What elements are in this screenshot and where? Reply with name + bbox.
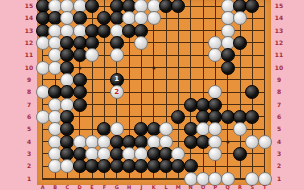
- move-number-1: 1: [114, 76, 119, 83]
- row-label-left-3: 3: [27, 151, 31, 157]
- grid-line-vertical: [203, 0, 204, 179]
- column-label-M: M: [176, 185, 181, 190]
- white-stone-P3[interactable]: [208, 147, 222, 161]
- row-label-right-9: 9: [277, 77, 281, 83]
- row-label-right-2: 2: [277, 163, 281, 169]
- column-label-G: G: [115, 185, 119, 190]
- row-label-left-6: 6: [27, 114, 31, 120]
- white-stone-G8[interactable]: 2: [110, 85, 124, 99]
- row-label-right-6: 6: [277, 114, 281, 120]
- column-label-T: T: [263, 185, 266, 190]
- row-label-right-3: 3: [277, 151, 281, 157]
- column-label-A: A: [41, 185, 45, 190]
- column-label-N: N: [189, 185, 193, 190]
- row-label-left-7: 7: [27, 102, 31, 108]
- column-label-H: H: [127, 185, 131, 190]
- row-label-right-10: 10: [275, 65, 283, 71]
- go-app-screen: 12 1514131211109876543211514131211109876…: [0, 0, 304, 190]
- column-label-S: S: [251, 185, 255, 190]
- white-stone-T4[interactable]: [258, 135, 272, 149]
- column-label-P: P: [214, 185, 218, 190]
- column-label-K: K: [152, 185, 156, 190]
- row-label-right-7: 7: [277, 102, 281, 108]
- column-label-R: R: [238, 185, 242, 190]
- column-label-E: E: [90, 185, 93, 190]
- white-stone-G11[interactable]: [110, 48, 124, 62]
- row-label-right-8: 8: [277, 89, 281, 95]
- row-label-left-11: 11: [25, 52, 33, 58]
- column-label-J: J: [140, 185, 142, 190]
- row-label-left-8: 8: [27, 89, 31, 95]
- row-label-left-1: 1: [27, 176, 31, 182]
- black-stone-R12[interactable]: [233, 36, 247, 50]
- move-number-2: 2: [114, 89, 119, 96]
- row-label-left-9: 9: [27, 77, 31, 83]
- column-label-Q: Q: [226, 185, 230, 190]
- black-stone-R3[interactable]: [233, 147, 247, 161]
- row-label-left-5: 5: [27, 126, 31, 132]
- black-stone-M6[interactable]: [171, 110, 185, 124]
- grid-line-vertical: [264, 0, 265, 179]
- row-label-right-11: 11: [275, 52, 283, 58]
- black-stone-S8[interactable]: [245, 85, 259, 99]
- row-label-left-15: 15: [25, 3, 33, 9]
- column-label-B: B: [53, 185, 57, 190]
- row-label-right-4: 4: [277, 139, 281, 145]
- grid-line-vertical: [190, 0, 191, 179]
- black-stone-S6[interactable]: [245, 110, 259, 124]
- column-label-L: L: [164, 185, 167, 190]
- row-label-left-10: 10: [25, 65, 33, 71]
- row-label-right-5: 5: [277, 126, 281, 132]
- column-label-F: F: [103, 185, 106, 190]
- row-label-right-13: 13: [275, 28, 283, 34]
- star-point: [152, 66, 155, 69]
- row-label-right-12: 12: [275, 40, 283, 46]
- row-label-left-12: 12: [25, 40, 33, 46]
- row-label-right-14: 14: [275, 15, 283, 21]
- black-stone-Q10[interactable]: [221, 61, 235, 75]
- row-label-left-14: 14: [25, 15, 33, 21]
- row-label-left-13: 13: [25, 28, 33, 34]
- row-label-left-2: 2: [27, 163, 31, 169]
- row-label-right-15: 15: [275, 3, 283, 9]
- column-label-O: O: [201, 185, 205, 190]
- black-stone-D7[interactable]: [73, 98, 87, 112]
- white-stone-R14[interactable]: [233, 11, 247, 25]
- row-label-right-1: 1: [277, 176, 281, 182]
- white-stone-E11[interactable]: [85, 48, 99, 62]
- column-label-C: C: [66, 185, 70, 190]
- column-label-D: D: [78, 185, 82, 190]
- star-point: [78, 66, 81, 69]
- white-stone-R5[interactable]: [233, 122, 247, 136]
- star-point: [226, 140, 229, 143]
- white-stone-K14[interactable]: [147, 11, 161, 25]
- white-stone-J12[interactable]: [134, 36, 148, 50]
- row-label-left-4: 4: [27, 139, 31, 145]
